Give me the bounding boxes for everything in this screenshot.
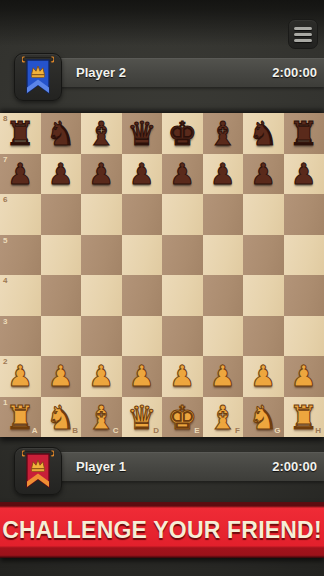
app-screen: Player 2 2:00:00 8♜♞♝♛♚♝♞♜7♟♟♟♟♟♟♟♟65432… [0,0,324,576]
square-h4[interactable] [284,275,324,316]
white-pawn[interactable]: ♟ [122,356,163,397]
challenge-friend-label: CHALLENGE YOUR FRIEND! [2,516,322,544]
square-a6[interactable]: 6 [0,194,41,235]
square-a1[interactable]: 1A♜ [0,397,41,438]
square-g1[interactable]: G♞ [243,397,284,438]
square-d2[interactable]: ♟ [122,356,163,397]
white-pawn[interactable]: ♟ [203,356,244,397]
white-bishop[interactable]: ♝ [81,397,122,438]
square-g5[interactable] [243,235,284,276]
square-b8[interactable]: ♞ [41,113,82,154]
square-d7[interactable]: ♟ [122,154,163,195]
square-e7[interactable]: ♟ [162,154,203,195]
square-a8[interactable]: 8♜ [0,113,41,154]
rank-label-3: 3 [3,318,7,326]
square-d1[interactable]: D♛ [122,397,163,438]
square-f3[interactable] [203,316,244,357]
square-g8[interactable]: ♞ [243,113,284,154]
white-knight[interactable]: ♞ [243,397,284,438]
square-e8[interactable]: ♚ [162,113,203,154]
square-h5[interactable] [284,235,324,276]
black-rook[interactable]: ♜ [284,113,324,154]
black-pawn[interactable]: ♟ [203,154,244,195]
player2-name: Player 2 [76,65,126,80]
square-f6[interactable] [203,194,244,235]
square-c8[interactable]: ♝ [81,113,122,154]
white-bishop[interactable]: ♝ [203,397,244,438]
white-rook[interactable]: ♜ [0,397,41,438]
black-queen[interactable]: ♛ [122,113,163,154]
square-d4[interactable] [122,275,163,316]
square-h3[interactable] [284,316,324,357]
square-c1[interactable]: C♝ [81,397,122,438]
square-b6[interactable] [41,194,82,235]
square-c7[interactable]: ♟ [81,154,122,195]
rank-label-4: 4 [3,277,7,285]
black-pawn[interactable]: ♟ [162,154,203,195]
black-pawn[interactable]: ♟ [0,154,41,195]
square-f7[interactable]: ♟ [203,154,244,195]
square-h1[interactable]: H♜ [284,397,324,438]
square-d8[interactable]: ♛ [122,113,163,154]
square-f4[interactable] [203,275,244,316]
player2-bar: Player 2 2:00:00 [40,58,324,87]
square-f1[interactable]: F♝ [203,397,244,438]
black-pawn[interactable]: ♟ [284,154,324,195]
white-knight[interactable]: ♞ [41,397,82,438]
square-h8[interactable]: ♜ [284,113,324,154]
rank-label-6: 6 [3,196,7,204]
square-b1[interactable]: B♞ [41,397,82,438]
square-f2[interactable]: ♟ [203,356,244,397]
black-bishop[interactable]: ♝ [203,113,244,154]
player1-name: Player 1 [76,459,126,474]
square-g4[interactable] [243,275,284,316]
black-rook[interactable]: ♜ [0,113,41,154]
square-c6[interactable] [81,194,122,235]
square-e1[interactable]: E♚ [162,397,203,438]
square-a2[interactable]: 2♟ [0,356,41,397]
square-c3[interactable] [81,316,122,357]
white-pawn[interactable]: ♟ [0,356,41,397]
player1-clock: 2:00:00 [272,459,317,474]
white-rook[interactable]: ♜ [284,397,324,438]
player1-avatar[interactable] [14,447,62,495]
white-pawn[interactable]: ♟ [243,356,284,397]
square-g2[interactable]: ♟ [243,356,284,397]
square-c5[interactable] [81,235,122,276]
square-h2[interactable]: ♟ [284,356,324,397]
white-pawn[interactable]: ♟ [284,356,324,397]
square-g7[interactable]: ♟ [243,154,284,195]
square-e3[interactable] [162,316,203,357]
player2-clock: 2:00:00 [272,65,317,80]
white-queen[interactable]: ♛ [122,397,163,438]
player1-bar: Player 1 2:00:00 [40,452,324,481]
player2-avatar[interactable] [14,53,62,101]
black-bishop[interactable]: ♝ [81,113,122,154]
black-pawn[interactable]: ♟ [122,154,163,195]
square-e2[interactable]: ♟ [162,356,203,397]
square-h7[interactable]: ♟ [284,154,324,195]
square-g6[interactable] [243,194,284,235]
black-knight[interactable]: ♞ [243,113,284,154]
square-a3[interactable]: 3 [0,316,41,357]
rank-label-5: 5 [3,237,7,245]
white-pawn[interactable]: ♟ [162,356,203,397]
chess-board: 8♜♞♝♛♚♝♞♜7♟♟♟♟♟♟♟♟65432♟♟♟♟♟♟♟♟1A♜B♞C♝D♛… [0,113,324,437]
square-d5[interactable] [122,235,163,276]
black-pawn[interactable]: ♟ [41,154,82,195]
square-b5[interactable] [41,235,82,276]
challenge-friend-button[interactable]: CHALLENGE YOUR FRIEND! [0,502,324,558]
square-a7[interactable]: 7♟ [0,154,41,195]
white-pawn[interactable]: ♟ [81,356,122,397]
square-e4[interactable] [162,275,203,316]
white-king[interactable]: ♚ [162,397,203,438]
square-a5[interactable]: 5 [0,235,41,276]
square-h6[interactable] [284,194,324,235]
square-b4[interactable] [41,275,82,316]
black-knight[interactable]: ♞ [41,113,82,154]
menu-button[interactable] [288,19,318,49]
square-a4[interactable]: 4 [0,275,41,316]
square-f5[interactable] [203,235,244,276]
blue-banner-icon [18,54,58,100]
square-c4[interactable] [81,275,122,316]
white-pawn[interactable]: ♟ [41,356,82,397]
square-d3[interactable] [122,316,163,357]
black-pawn[interactable]: ♟ [81,154,122,195]
square-e6[interactable] [162,194,203,235]
black-king[interactable]: ♚ [162,113,203,154]
square-g3[interactable] [243,316,284,357]
square-b2[interactable]: ♟ [41,356,82,397]
square-f8[interactable]: ♝ [203,113,244,154]
square-b3[interactable] [41,316,82,357]
red-banner-icon [18,448,58,494]
square-b7[interactable]: ♟ [41,154,82,195]
square-e5[interactable] [162,235,203,276]
black-pawn[interactable]: ♟ [243,154,284,195]
square-c2[interactable]: ♟ [81,356,122,397]
square-d6[interactable] [122,194,163,235]
